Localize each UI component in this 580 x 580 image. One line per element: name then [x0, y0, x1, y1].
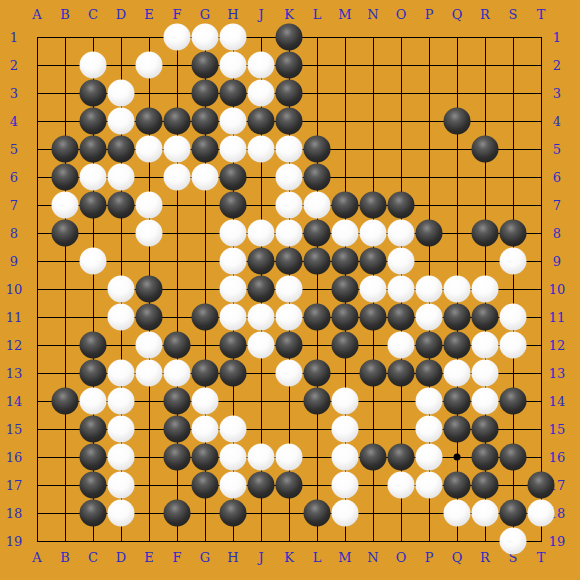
top-column-label-A: A	[32, 8, 41, 21]
right-row-label-3: 3	[553, 87, 561, 100]
bottom-column-label-K: K	[284, 551, 294, 564]
bottom-column-label-E: E	[144, 551, 154, 564]
white-stone-G6	[192, 164, 219, 191]
white-stone-R18	[472, 500, 499, 527]
bottom-column-label-H: H	[227, 551, 238, 564]
white-stone-J5	[248, 136, 275, 163]
white-stone-E5	[136, 136, 163, 163]
top-column-label-O: O	[396, 8, 407, 21]
black-stone-G16	[192, 444, 219, 471]
white-stone-K16	[276, 444, 303, 471]
white-stone-K7	[276, 192, 303, 219]
top-column-label-K: K	[284, 8, 294, 21]
white-stone-D14	[108, 388, 135, 415]
white-stone-G1	[192, 24, 219, 51]
black-stone-Q4	[444, 108, 471, 135]
white-stone-H11	[220, 304, 247, 331]
black-stone-K1	[276, 24, 303, 51]
white-stone-M17	[332, 472, 359, 499]
bottom-column-label-A: A	[32, 551, 41, 564]
white-stone-M18	[332, 500, 359, 527]
top-column-label-N: N	[367, 8, 378, 21]
black-stone-K17	[276, 472, 303, 499]
star-point-Q16	[454, 454, 461, 461]
bottom-column-label-J: J	[258, 551, 263, 564]
black-stone-F16	[164, 444, 191, 471]
white-stone-J3	[248, 80, 275, 107]
white-stone-G15	[192, 416, 219, 443]
left-row-label-13: 13	[6, 367, 23, 380]
left-row-label-8: 8	[10, 227, 18, 240]
left-row-label-2: 2	[10, 59, 18, 72]
white-stone-K10	[276, 276, 303, 303]
white-stone-K8	[276, 220, 303, 247]
white-stone-H5	[220, 136, 247, 163]
white-stone-F13	[164, 360, 191, 387]
black-stone-L6	[304, 164, 331, 191]
black-stone-C7	[80, 192, 107, 219]
black-stone-L8	[304, 220, 331, 247]
black-stone-C18	[80, 500, 107, 527]
white-stone-H2	[220, 52, 247, 79]
white-stone-R12	[472, 332, 499, 359]
black-stone-R17	[472, 472, 499, 499]
right-row-label-2: 2	[553, 59, 561, 72]
top-column-label-J: J	[258, 8, 263, 21]
top-column-label-B: B	[60, 8, 70, 21]
black-stone-K4	[276, 108, 303, 135]
black-stone-L9	[304, 248, 331, 275]
black-stone-J9	[248, 248, 275, 275]
white-stone-K5	[276, 136, 303, 163]
top-column-label-M: M	[338, 8, 351, 21]
left-row-label-14: 14	[6, 395, 23, 408]
black-stone-G17	[192, 472, 219, 499]
black-stone-C17	[80, 472, 107, 499]
black-stone-R15	[472, 416, 499, 443]
black-stone-R11	[472, 304, 499, 331]
bottom-column-label-L: L	[313, 551, 322, 564]
black-stone-P8	[416, 220, 443, 247]
white-stone-F6	[164, 164, 191, 191]
white-stone-P11	[416, 304, 443, 331]
black-stone-N9	[360, 248, 387, 275]
black-stone-C13	[80, 360, 107, 387]
white-stone-D4	[108, 108, 135, 135]
top-column-label-Q: Q	[452, 8, 463, 21]
white-stone-K13	[276, 360, 303, 387]
white-stone-E13	[136, 360, 163, 387]
black-stone-O7	[388, 192, 415, 219]
white-stone-S12	[500, 332, 527, 359]
black-stone-M10	[332, 276, 359, 303]
black-stone-M11	[332, 304, 359, 331]
white-stone-M15	[332, 416, 359, 443]
white-stone-D15	[108, 416, 135, 443]
black-stone-C5	[80, 136, 107, 163]
white-stone-G14	[192, 388, 219, 415]
black-stone-M7	[332, 192, 359, 219]
right-row-label-13: 13	[549, 367, 566, 380]
white-stone-C6	[80, 164, 107, 191]
white-stone-T18	[528, 500, 555, 527]
black-stone-C16	[80, 444, 107, 471]
white-stone-R13	[472, 360, 499, 387]
black-stone-H3	[220, 80, 247, 107]
black-stone-J10	[248, 276, 275, 303]
black-stone-O16	[388, 444, 415, 471]
white-stone-P15	[416, 416, 443, 443]
top-column-label-P: P	[425, 8, 434, 21]
right-row-label-15: 15	[549, 423, 566, 436]
black-stone-B8	[52, 220, 79, 247]
right-row-label-19: 19	[549, 535, 566, 548]
bottom-column-label-B: B	[60, 551, 70, 564]
white-stone-C2	[80, 52, 107, 79]
right-row-label-1: 1	[553, 31, 561, 44]
right-row-label-5: 5	[553, 143, 561, 156]
white-stone-M14	[332, 388, 359, 415]
white-stone-D17	[108, 472, 135, 499]
black-stone-D5	[108, 136, 135, 163]
white-stone-B7	[52, 192, 79, 219]
black-stone-C3	[80, 80, 107, 107]
white-stone-J12	[248, 332, 275, 359]
black-stone-G11	[192, 304, 219, 331]
white-stone-P14	[416, 388, 443, 415]
right-row-label-16: 16	[549, 451, 566, 464]
white-stone-Q10	[444, 276, 471, 303]
bottom-column-label-M: M	[338, 551, 351, 564]
top-column-label-D: D	[116, 8, 126, 21]
white-stone-D11	[108, 304, 135, 331]
left-row-label-5: 5	[10, 143, 18, 156]
black-stone-F12	[164, 332, 191, 359]
black-stone-N7	[360, 192, 387, 219]
bottom-column-label-O: O	[396, 551, 407, 564]
white-stone-C14	[80, 388, 107, 415]
left-row-label-9: 9	[10, 255, 18, 268]
black-stone-Q11	[444, 304, 471, 331]
white-stone-H16	[220, 444, 247, 471]
black-stone-S14	[500, 388, 527, 415]
white-stone-D10	[108, 276, 135, 303]
white-stone-D18	[108, 500, 135, 527]
black-stone-J17	[248, 472, 275, 499]
black-stone-O13	[388, 360, 415, 387]
white-stone-E7	[136, 192, 163, 219]
left-row-label-6: 6	[10, 171, 18, 184]
black-stone-Q17	[444, 472, 471, 499]
black-stone-R16	[472, 444, 499, 471]
go-board[interactable]: AABBCCDDEEFFGGHHJJKKLLMMNNOOPPQQRRSSTT11…	[0, 0, 580, 580]
right-row-label-14: 14	[549, 395, 566, 408]
white-stone-H8	[220, 220, 247, 247]
black-stone-R5	[472, 136, 499, 163]
black-stone-P13	[416, 360, 443, 387]
black-stone-N11	[360, 304, 387, 331]
black-stone-M9	[332, 248, 359, 275]
white-stone-D3	[108, 80, 135, 107]
top-column-label-S: S	[509, 8, 518, 21]
left-row-label-11: 11	[6, 311, 23, 324]
black-stone-N16	[360, 444, 387, 471]
black-stone-C4	[80, 108, 107, 135]
black-stone-J4	[248, 108, 275, 135]
black-stone-E10	[136, 276, 163, 303]
black-stone-K9	[276, 248, 303, 275]
left-row-label-17: 17	[6, 479, 23, 492]
white-stone-H9	[220, 248, 247, 275]
left-row-label-19: 19	[6, 535, 23, 548]
bottom-column-label-R: R	[480, 551, 490, 564]
top-column-label-L: L	[313, 8, 322, 21]
white-stone-E12	[136, 332, 163, 359]
white-stone-E8	[136, 220, 163, 247]
white-stone-P17	[416, 472, 443, 499]
white-stone-P10	[416, 276, 443, 303]
black-stone-L13	[304, 360, 331, 387]
black-stone-R8	[472, 220, 499, 247]
left-row-label-7: 7	[10, 199, 18, 212]
white-stone-D16	[108, 444, 135, 471]
bottom-column-label-D: D	[116, 551, 126, 564]
black-stone-N13	[360, 360, 387, 387]
top-column-label-E: E	[144, 8, 154, 21]
black-stone-F4	[164, 108, 191, 135]
white-stone-R14	[472, 388, 499, 415]
white-stone-O9	[388, 248, 415, 275]
black-stone-Q12	[444, 332, 471, 359]
white-stone-E2	[136, 52, 163, 79]
white-stone-M16	[332, 444, 359, 471]
right-row-label-10: 10	[549, 283, 566, 296]
right-row-label-11: 11	[549, 311, 566, 324]
white-stone-O8	[388, 220, 415, 247]
black-stone-G5	[192, 136, 219, 163]
white-stone-O10	[388, 276, 415, 303]
top-column-label-R: R	[480, 8, 490, 21]
bottom-column-label-F: F	[172, 551, 181, 564]
black-stone-H12	[220, 332, 247, 359]
white-stone-H4	[220, 108, 247, 135]
right-row-label-12: 12	[549, 339, 566, 352]
white-stone-S19	[500, 528, 527, 555]
white-stone-Q13	[444, 360, 471, 387]
bottom-column-label-G: G	[200, 551, 210, 564]
left-row-label-1: 1	[10, 31, 18, 44]
black-stone-K3	[276, 80, 303, 107]
left-row-label-4: 4	[10, 115, 18, 128]
black-stone-P12	[416, 332, 443, 359]
white-stone-L7	[304, 192, 331, 219]
black-stone-K12	[276, 332, 303, 359]
black-stone-S18	[500, 500, 527, 527]
left-row-label-15: 15	[6, 423, 23, 436]
bottom-column-label-T: T	[537, 551, 546, 564]
black-stone-E11	[136, 304, 163, 331]
black-stone-S8	[500, 220, 527, 247]
right-row-label-6: 6	[553, 171, 561, 184]
black-stone-H18	[220, 500, 247, 527]
right-row-label-8: 8	[553, 227, 561, 240]
black-stone-L14	[304, 388, 331, 415]
white-stone-D13	[108, 360, 135, 387]
white-stone-F1	[164, 24, 191, 51]
left-row-label-10: 10	[6, 283, 23, 296]
white-stone-S11	[500, 304, 527, 331]
black-stone-L5	[304, 136, 331, 163]
left-row-label-16: 16	[6, 451, 23, 464]
top-column-label-G: G	[200, 8, 210, 21]
white-stone-O17	[388, 472, 415, 499]
bottom-column-label-Q: Q	[452, 551, 463, 564]
white-stone-N10	[360, 276, 387, 303]
white-stone-H17	[220, 472, 247, 499]
black-stone-L11	[304, 304, 331, 331]
white-stone-N8	[360, 220, 387, 247]
white-stone-K11	[276, 304, 303, 331]
left-row-label-18: 18	[6, 507, 23, 520]
black-stone-Q15	[444, 416, 471, 443]
black-stone-G3	[192, 80, 219, 107]
black-stone-T17	[528, 472, 555, 499]
white-stone-H15	[220, 416, 247, 443]
white-stone-J11	[248, 304, 275, 331]
white-stone-C9	[80, 248, 107, 275]
white-stone-H10	[220, 276, 247, 303]
black-stone-D7	[108, 192, 135, 219]
black-stone-C12	[80, 332, 107, 359]
top-column-label-T: T	[537, 8, 546, 21]
black-stone-G13	[192, 360, 219, 387]
black-stone-C15	[80, 416, 107, 443]
right-row-label-4: 4	[553, 115, 561, 128]
top-column-label-C: C	[88, 8, 98, 21]
white-stone-J2	[248, 52, 275, 79]
black-stone-G4	[192, 108, 219, 135]
black-stone-H7	[220, 192, 247, 219]
bottom-column-label-P: P	[425, 551, 434, 564]
black-stone-M12	[332, 332, 359, 359]
black-stone-B5	[52, 136, 79, 163]
black-stone-F15	[164, 416, 191, 443]
white-stone-M8	[332, 220, 359, 247]
white-stone-J16	[248, 444, 275, 471]
top-column-label-H: H	[227, 8, 238, 21]
bottom-column-label-N: N	[367, 551, 378, 564]
bottom-column-label-C: C	[88, 551, 98, 564]
black-stone-B6	[52, 164, 79, 191]
white-stone-H1	[220, 24, 247, 51]
white-stone-O12	[388, 332, 415, 359]
black-stone-Q14	[444, 388, 471, 415]
black-stone-H6	[220, 164, 247, 191]
white-stone-J8	[248, 220, 275, 247]
black-stone-O11	[388, 304, 415, 331]
white-stone-F5	[164, 136, 191, 163]
black-stone-E4	[136, 108, 163, 135]
right-row-label-7: 7	[553, 199, 561, 212]
top-column-label-F: F	[172, 8, 181, 21]
black-stone-G2	[192, 52, 219, 79]
black-stone-F18	[164, 500, 191, 527]
white-stone-P16	[416, 444, 443, 471]
white-stone-K6	[276, 164, 303, 191]
right-row-label-9: 9	[553, 255, 561, 268]
black-stone-L18	[304, 500, 331, 527]
black-stone-F14	[164, 388, 191, 415]
black-stone-S16	[500, 444, 527, 471]
white-stone-D6	[108, 164, 135, 191]
black-stone-K2	[276, 52, 303, 79]
black-stone-H13	[220, 360, 247, 387]
left-row-label-3: 3	[10, 87, 18, 100]
white-stone-S9	[500, 248, 527, 275]
white-stone-R10	[472, 276, 499, 303]
black-stone-B14	[52, 388, 79, 415]
white-stone-Q18	[444, 500, 471, 527]
left-row-label-12: 12	[6, 339, 23, 352]
